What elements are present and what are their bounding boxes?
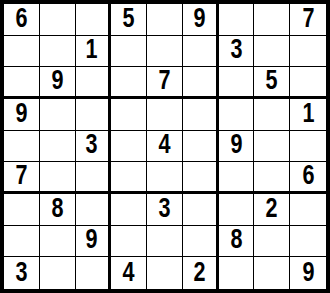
- given-digit: 2: [266, 195, 278, 224]
- cell-r7c8[interactable]: 2: [254, 194, 290, 226]
- given-digit: 3: [86, 131, 98, 160]
- given-digit: 9: [51, 67, 63, 96]
- cell-r9c9[interactable]: 9: [290, 257, 326, 289]
- given-digit: 3: [230, 36, 242, 65]
- cell-r9c8[interactable]: [254, 257, 290, 289]
- cell-r2c7[interactable]: 3: [219, 36, 255, 68]
- cell-r8c2[interactable]: [40, 226, 76, 258]
- cell-r5c4[interactable]: [111, 131, 147, 163]
- cell-r5c3[interactable]: 3: [76, 131, 112, 163]
- given-digit: 3: [158, 195, 170, 224]
- cell-r9c3[interactable]: [76, 257, 112, 289]
- given-digit: 9: [193, 5, 205, 34]
- given-digit: 8: [230, 226, 242, 255]
- given-digit: 3: [15, 259, 27, 288]
- cell-r2c6[interactable]: [183, 36, 219, 68]
- given-digit: 1: [86, 36, 98, 65]
- cell-r8c1[interactable]: [4, 226, 40, 258]
- cell-r2c1[interactable]: [4, 36, 40, 68]
- cell-r6c9[interactable]: 6: [290, 162, 326, 194]
- given-digit: 2: [193, 259, 205, 288]
- cell-r6c1[interactable]: 7: [4, 162, 40, 194]
- cell-r4c9[interactable]: 1: [290, 99, 326, 131]
- cell-r9c5[interactable]: [147, 257, 183, 289]
- cell-r3c9[interactable]: [290, 67, 326, 99]
- cell-r5c7[interactable]: 9: [219, 131, 255, 163]
- cell-r2c9[interactable]: [290, 36, 326, 68]
- given-digit: 7: [302, 5, 314, 34]
- cell-r5c6[interactable]: [183, 131, 219, 163]
- cell-r9c4[interactable]: 4: [111, 257, 147, 289]
- cell-r7c6[interactable]: [183, 194, 219, 226]
- given-digit: 7: [15, 162, 27, 191]
- cell-r3c1[interactable]: [4, 67, 40, 99]
- given-digit: 7: [158, 67, 170, 96]
- cell-r5c8[interactable]: [254, 131, 290, 163]
- cell-r3c7[interactable]: [219, 67, 255, 99]
- given-digit: 9: [230, 131, 242, 160]
- given-digit: 6: [15, 5, 27, 34]
- cell-r6c8[interactable]: [254, 162, 290, 194]
- cell-r8c6[interactable]: [183, 226, 219, 258]
- cell-r3c2[interactable]: 9: [40, 67, 76, 99]
- given-digit: 5: [123, 5, 135, 34]
- given-digit: 4: [123, 259, 135, 288]
- cell-r7c1[interactable]: [4, 194, 40, 226]
- cell-r9c7[interactable]: [219, 257, 255, 289]
- cell-r3c5[interactable]: 7: [147, 67, 183, 99]
- cell-r7c3[interactable]: [76, 194, 112, 226]
- cell-r1c6[interactable]: 9: [183, 4, 219, 36]
- cell-r8c3[interactable]: 9: [76, 226, 112, 258]
- given-digit: 6: [302, 162, 314, 191]
- cell-r5c5[interactable]: 4: [147, 131, 183, 163]
- cell-r8c4[interactable]: [111, 226, 147, 258]
- sudoku-board: 6597139759134976832983429: [0, 0, 330, 293]
- given-digit: 1: [302, 100, 314, 129]
- cell-r3c6[interactable]: [183, 67, 219, 99]
- cell-r7c7[interactable]: [219, 194, 255, 226]
- cell-r5c1[interactable]: [4, 131, 40, 163]
- given-digit: 9: [302, 259, 314, 288]
- cell-r4c3[interactable]: [76, 99, 112, 131]
- cell-r7c2[interactable]: 8: [40, 194, 76, 226]
- cell-r9c1[interactable]: 3: [4, 257, 40, 289]
- cell-r4c6[interactable]: [183, 99, 219, 131]
- given-digit: 4: [158, 131, 170, 160]
- cell-r5c2[interactable]: [40, 131, 76, 163]
- given-digit: 9: [15, 100, 27, 129]
- cell-r4c5[interactable]: [147, 99, 183, 131]
- cell-r1c4[interactable]: 5: [111, 4, 147, 36]
- cell-r5c9[interactable]: [290, 131, 326, 163]
- given-digit: 5: [266, 67, 278, 96]
- cell-r3c8[interactable]: 5: [254, 67, 290, 99]
- cell-r9c6[interactable]: 2: [183, 257, 219, 289]
- cell-r4c7[interactable]: [219, 99, 255, 131]
- cell-r2c5[interactable]: [147, 36, 183, 68]
- cell-r6c3[interactable]: [76, 162, 112, 194]
- cell-r8c5[interactable]: [147, 226, 183, 258]
- cell-r3c3[interactable]: [76, 67, 112, 99]
- cell-r1c1[interactable]: 6: [4, 4, 40, 36]
- cell-r7c9[interactable]: [290, 194, 326, 226]
- cell-r8c7[interactable]: 8: [219, 226, 255, 258]
- cell-r2c8[interactable]: [254, 36, 290, 68]
- cell-r6c4[interactable]: [111, 162, 147, 194]
- cell-r2c3[interactable]: 1: [76, 36, 112, 68]
- given-digit: 8: [51, 195, 63, 224]
- cell-r6c7[interactable]: [219, 162, 255, 194]
- cell-r6c2[interactable]: [40, 162, 76, 194]
- cell-r2c2[interactable]: [40, 36, 76, 68]
- cell-r1c5[interactable]: [147, 4, 183, 36]
- cell-r4c2[interactable]: [40, 99, 76, 131]
- given-digit: 9: [86, 226, 98, 255]
- cell-r1c3[interactable]: [76, 4, 112, 36]
- cell-r8c8[interactable]: [254, 226, 290, 258]
- cell-r1c9[interactable]: 7: [290, 4, 326, 36]
- cell-r9c2[interactable]: [40, 257, 76, 289]
- cell-r3c4[interactable]: [111, 67, 147, 99]
- cell-r1c7[interactable]: [219, 4, 255, 36]
- cell-r7c4[interactable]: [111, 194, 147, 226]
- cell-r8c9[interactable]: [290, 226, 326, 258]
- cell-r4c8[interactable]: [254, 99, 290, 131]
- cell-r1c8[interactable]: [254, 4, 290, 36]
- cell-r6c5[interactable]: [147, 162, 183, 194]
- cell-r4c1[interactable]: 9: [4, 99, 40, 131]
- cell-r4c4[interactable]: [111, 99, 147, 131]
- cell-r2c4[interactable]: [111, 36, 147, 68]
- cell-r6c6[interactable]: [183, 162, 219, 194]
- cell-r7c5[interactable]: 3: [147, 194, 183, 226]
- cell-r1c2[interactable]: [40, 4, 76, 36]
